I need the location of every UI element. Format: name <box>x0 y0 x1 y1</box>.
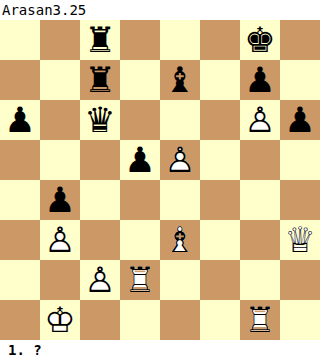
square-f4[interactable] <box>200 180 240 220</box>
square-h7[interactable] <box>280 60 320 100</box>
piece-white-rook[interactable]: ♜♖ <box>120 260 160 300</box>
square-g3[interactable] <box>240 220 280 260</box>
square-f7[interactable] <box>200 60 240 100</box>
square-a3[interactable] <box>0 220 40 260</box>
piece-white-queen[interactable]: ♛♕ <box>280 220 320 260</box>
square-d4[interactable] <box>120 180 160 220</box>
square-a2[interactable] <box>0 260 40 300</box>
piece-black-pawn[interactable]: ♟ <box>40 180 80 220</box>
square-f8[interactable] <box>200 20 240 60</box>
piece-black-rook[interactable]: ♜ <box>80 20 120 60</box>
square-a6[interactable]: ♟ <box>0 100 40 140</box>
square-h5[interactable] <box>280 140 320 180</box>
piece-black-pawn[interactable]: ♟ <box>120 140 160 180</box>
piece-outline: ♖ <box>120 260 160 300</box>
square-f5[interactable] <box>200 140 240 180</box>
square-f6[interactable] <box>200 100 240 140</box>
square-c1[interactable] <box>80 300 120 340</box>
piece-black-pawn[interactable]: ♟ <box>280 100 320 140</box>
square-e4[interactable] <box>160 180 200 220</box>
square-g5[interactable] <box>240 140 280 180</box>
chess-window: Arasan3.25 ♜♚♜♝♟♟♛♟♙♟♟♟♙♟♟♙♝♗♛♕♟♙♜♖♚♔♜♖ … <box>0 0 320 360</box>
square-b8[interactable] <box>40 20 80 60</box>
square-d2[interactable]: ♜♖ <box>120 260 160 300</box>
piece-black-queen[interactable]: ♛ <box>80 100 120 140</box>
square-c6[interactable]: ♛ <box>80 100 120 140</box>
piece-white-rook[interactable]: ♜♖ <box>240 300 280 340</box>
square-a1[interactable] <box>0 300 40 340</box>
piece-outline: ♙ <box>40 220 80 260</box>
square-e7[interactable]: ♝ <box>160 60 200 100</box>
piece-white-pawn[interactable]: ♟♙ <box>160 140 200 180</box>
square-c3[interactable] <box>80 220 120 260</box>
piece-white-pawn[interactable]: ♟♙ <box>240 100 280 140</box>
square-h8[interactable] <box>280 20 320 60</box>
square-c8[interactable]: ♜ <box>80 20 120 60</box>
square-b7[interactable] <box>40 60 80 100</box>
square-d5[interactable]: ♟ <box>120 140 160 180</box>
square-e6[interactable] <box>160 100 200 140</box>
square-g4[interactable] <box>240 180 280 220</box>
square-e8[interactable] <box>160 20 200 60</box>
square-c7[interactable]: ♜ <box>80 60 120 100</box>
board: ♜♚♜♝♟♟♛♟♙♟♟♟♙♟♟♙♝♗♛♕♟♙♜♖♚♔♜♖ <box>0 20 320 340</box>
square-c5[interactable] <box>80 140 120 180</box>
square-b6[interactable] <box>40 100 80 140</box>
square-d6[interactable] <box>120 100 160 140</box>
square-d8[interactable] <box>120 20 160 60</box>
square-d7[interactable] <box>120 60 160 100</box>
square-a5[interactable] <box>0 140 40 180</box>
piece-black-pawn[interactable]: ♟ <box>240 60 280 100</box>
square-h6[interactable]: ♟ <box>280 100 320 140</box>
square-c4[interactable] <box>80 180 120 220</box>
piece-black-king[interactable]: ♚ <box>240 20 280 60</box>
square-h1[interactable] <box>280 300 320 340</box>
square-d3[interactable] <box>120 220 160 260</box>
piece-white-pawn[interactable]: ♟♙ <box>40 220 80 260</box>
square-f1[interactable] <box>200 300 240 340</box>
piece-outline: ♙ <box>80 260 120 300</box>
piece-white-pawn[interactable]: ♟♙ <box>80 260 120 300</box>
square-b1[interactable]: ♚♔ <box>40 300 80 340</box>
piece-black-bishop[interactable]: ♝ <box>160 60 200 100</box>
square-d1[interactable] <box>120 300 160 340</box>
square-g7[interactable]: ♟ <box>240 60 280 100</box>
piece-outline: ♗ <box>160 220 200 260</box>
piece-white-king[interactable]: ♚♔ <box>40 300 80 340</box>
square-g6[interactable]: ♟♙ <box>240 100 280 140</box>
piece-black-pawn[interactable]: ♟ <box>0 100 40 140</box>
piece-outline: ♙ <box>160 140 200 180</box>
square-e3[interactable]: ♝♗ <box>160 220 200 260</box>
square-b4[interactable]: ♟ <box>40 180 80 220</box>
square-g1[interactable]: ♜♖ <box>240 300 280 340</box>
square-c2[interactable]: ♟♙ <box>80 260 120 300</box>
square-f2[interactable] <box>200 260 240 300</box>
move-prompt: 1. ? <box>8 342 42 358</box>
square-b2[interactable] <box>40 260 80 300</box>
piece-outline: ♔ <box>40 300 80 340</box>
square-g2[interactable] <box>240 260 280 300</box>
square-g8[interactable]: ♚ <box>240 20 280 60</box>
square-e1[interactable] <box>160 300 200 340</box>
square-a4[interactable] <box>0 180 40 220</box>
square-b3[interactable]: ♟♙ <box>40 220 80 260</box>
status-bar: 1. ? <box>0 340 320 360</box>
square-h4[interactable] <box>280 180 320 220</box>
title-bar: Arasan3.25 <box>0 0 320 20</box>
square-f3[interactable] <box>200 220 240 260</box>
piece-outline: ♙ <box>240 100 280 140</box>
square-a7[interactable] <box>0 60 40 100</box>
square-b5[interactable] <box>40 140 80 180</box>
piece-white-bishop[interactable]: ♝♗ <box>160 220 200 260</box>
square-e5[interactable]: ♟♙ <box>160 140 200 180</box>
window-title: Arasan3.25 <box>2 2 86 18</box>
square-a8[interactable] <box>0 20 40 60</box>
piece-outline: ♖ <box>240 300 280 340</box>
piece-black-rook[interactable]: ♜ <box>80 60 120 100</box>
piece-outline: ♕ <box>280 220 320 260</box>
square-e2[interactable] <box>160 260 200 300</box>
square-h2[interactable] <box>280 260 320 300</box>
square-h3[interactable]: ♛♕ <box>280 220 320 260</box>
